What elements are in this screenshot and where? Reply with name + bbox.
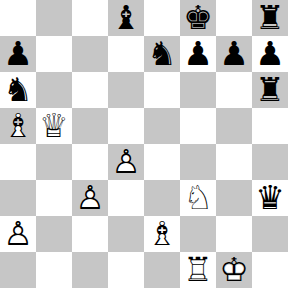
pawn-icon: ♟ (0, 36, 36, 72)
square-g5[interactable] (216, 108, 252, 144)
square-c3[interactable]: ♟♙ (72, 180, 108, 216)
pawn-icon: ♙ (72, 180, 108, 216)
square-e1[interactable] (144, 252, 180, 288)
square-e6[interactable] (144, 72, 180, 108)
square-g8[interactable] (216, 0, 252, 36)
square-d7[interactable] (108, 36, 144, 72)
square-a8[interactable] (0, 0, 36, 36)
square-f6[interactable] (180, 72, 216, 108)
square-a3[interactable] (0, 180, 36, 216)
square-b5[interactable]: ♛♕ (36, 108, 72, 144)
square-h5[interactable] (252, 108, 288, 144)
square-c1[interactable] (72, 252, 108, 288)
black-rook[interactable]: ♜ (252, 72, 288, 108)
square-h4[interactable] (252, 144, 288, 180)
square-g3[interactable] (216, 180, 252, 216)
square-e4[interactable] (144, 144, 180, 180)
rook-icon: ♖ (180, 252, 216, 288)
square-f2[interactable] (180, 216, 216, 252)
square-c2[interactable] (72, 216, 108, 252)
black-pawn[interactable]: ♟ (252, 36, 288, 72)
pawn-icon: ♟ (252, 36, 288, 72)
square-h2[interactable] (252, 216, 288, 252)
white-knight[interactable]: ♞♘ (180, 180, 216, 216)
square-b3[interactable] (36, 180, 72, 216)
king-icon: ♔ (216, 252, 252, 288)
square-d5[interactable] (108, 108, 144, 144)
square-f5[interactable] (180, 108, 216, 144)
square-d3[interactable] (108, 180, 144, 216)
white-bishop[interactable]: ♝♗ (0, 108, 36, 144)
square-a7[interactable]: ♟ (0, 36, 36, 72)
rook-icon: ♜ (252, 72, 288, 108)
square-c5[interactable] (72, 108, 108, 144)
square-b4[interactable] (36, 144, 72, 180)
pawn-icon: ♟ (180, 36, 216, 72)
pawn-icon: ♙ (108, 144, 144, 180)
square-e2[interactable]: ♝♗ (144, 216, 180, 252)
square-b2[interactable] (36, 216, 72, 252)
knight-icon: ♘ (180, 180, 216, 216)
white-pawn[interactable]: ♟♙ (108, 144, 144, 180)
square-h6[interactable]: ♜ (252, 72, 288, 108)
rook-icon: ♜ (252, 0, 288, 36)
square-b8[interactable] (36, 0, 72, 36)
square-c6[interactable] (72, 72, 108, 108)
square-e7[interactable]: ♞ (144, 36, 180, 72)
square-a1[interactable] (0, 252, 36, 288)
square-a5[interactable]: ♝♗ (0, 108, 36, 144)
square-h1[interactable] (252, 252, 288, 288)
white-king[interactable]: ♚♔ (216, 252, 252, 288)
square-g6[interactable] (216, 72, 252, 108)
queen-icon: ♕ (36, 108, 72, 144)
black-queen[interactable]: ♛ (252, 180, 288, 216)
square-d2[interactable] (108, 216, 144, 252)
square-c8[interactable] (72, 0, 108, 36)
square-h3[interactable]: ♛ (252, 180, 288, 216)
bishop-icon: ♗ (0, 108, 36, 144)
knight-icon: ♞ (0, 72, 36, 108)
square-e8[interactable] (144, 0, 180, 36)
black-bishop[interactable]: ♝ (108, 0, 144, 36)
square-d6[interactable] (108, 72, 144, 108)
black-rook[interactable]: ♜ (252, 0, 288, 36)
black-pawn[interactable]: ♟ (180, 36, 216, 72)
white-bishop[interactable]: ♝♗ (144, 216, 180, 252)
square-d1[interactable] (108, 252, 144, 288)
square-b1[interactable] (36, 252, 72, 288)
square-f7[interactable]: ♟ (180, 36, 216, 72)
white-pawn[interactable]: ♟♙ (0, 216, 36, 252)
king-icon: ♚ (180, 0, 216, 36)
square-f3[interactable]: ♞♘ (180, 180, 216, 216)
white-queen[interactable]: ♛♕ (36, 108, 72, 144)
square-c7[interactable] (72, 36, 108, 72)
black-knight[interactable]: ♞ (144, 36, 180, 72)
square-g1[interactable]: ♚♔ (216, 252, 252, 288)
square-g4[interactable] (216, 144, 252, 180)
square-a4[interactable] (0, 144, 36, 180)
square-a6[interactable]: ♞ (0, 72, 36, 108)
square-h7[interactable]: ♟ (252, 36, 288, 72)
square-g2[interactable] (216, 216, 252, 252)
square-f8[interactable]: ♚ (180, 0, 216, 36)
pawn-icon: ♙ (0, 216, 36, 252)
square-g7[interactable]: ♟ (216, 36, 252, 72)
white-rook[interactable]: ♜♖ (180, 252, 216, 288)
square-e3[interactable] (144, 180, 180, 216)
chess-board: ♝♚♜♟♞♟♟♟♞♜♝♗♛♕♟♙♟♙♞♘♛♟♙♝♗♜♖♚♔ (0, 0, 288, 288)
square-a2[interactable]: ♟♙ (0, 216, 36, 252)
black-pawn[interactable]: ♟ (216, 36, 252, 72)
square-f1[interactable]: ♜♖ (180, 252, 216, 288)
black-knight[interactable]: ♞ (0, 72, 36, 108)
pawn-icon: ♟ (216, 36, 252, 72)
square-e5[interactable] (144, 108, 180, 144)
square-b7[interactable] (36, 36, 72, 72)
square-d8[interactable]: ♝ (108, 0, 144, 36)
black-king[interactable]: ♚ (180, 0, 216, 36)
knight-icon: ♞ (144, 36, 180, 72)
bishop-icon: ♗ (144, 216, 180, 252)
square-b6[interactable] (36, 72, 72, 108)
square-c4[interactable] (72, 144, 108, 180)
square-d4[interactable]: ♟♙ (108, 144, 144, 180)
square-f4[interactable] (180, 144, 216, 180)
queen-icon: ♛ (252, 180, 288, 216)
black-pawn[interactable]: ♟ (0, 36, 36, 72)
bishop-icon: ♝ (108, 0, 144, 36)
square-h8[interactable]: ♜ (252, 0, 288, 36)
white-pawn[interactable]: ♟♙ (72, 180, 108, 216)
